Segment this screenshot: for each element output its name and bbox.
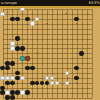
black-stone — [40, 81, 45, 86]
highlighted-stone-red — [25, 56, 30, 61]
status-bar-left-text: a.nunupa — [1, 2, 17, 5]
white-stone — [50, 81, 55, 86]
white-stone — [30, 21, 35, 26]
black-stone — [30, 81, 35, 86]
black-stone — [5, 66, 10, 71]
grid-line-vertical — [62, 9, 63, 98]
white-stone — [35, 17, 40, 22]
black-stone — [79, 51, 84, 56]
grid-line-horizontal — [3, 63, 92, 64]
black-stone — [74, 17, 79, 22]
black-stone — [15, 71, 20, 76]
black-stone — [20, 46, 25, 51]
black-stone — [25, 90, 30, 95]
white-stone — [45, 76, 50, 81]
ai-suggestion-marker — [36, 52, 39, 55]
highlighted-stone-teal — [20, 56, 25, 61]
white-stone — [65, 81, 70, 86]
black-stone — [15, 46, 20, 51]
star-point — [17, 53, 18, 54]
black-stone — [10, 61, 15, 66]
go-board[interactable] — [0, 0, 100, 100]
white-stone — [65, 71, 70, 76]
grid-line-horizontal — [3, 58, 92, 59]
black-stone — [74, 66, 79, 71]
black-stone — [10, 81, 15, 86]
grid-line-vertical — [92, 9, 93, 98]
star-point — [17, 82, 18, 83]
black-stone — [45, 81, 50, 86]
black-stone — [30, 66, 35, 71]
white-stone — [20, 76, 25, 81]
black-stone — [25, 17, 30, 22]
black-stone — [10, 95, 15, 100]
grid-line-vertical — [72, 9, 73, 98]
black-stone — [15, 90, 20, 95]
star-point — [46, 53, 47, 54]
grid-line-horizontal — [3, 88, 92, 89]
black-stone — [74, 76, 79, 81]
black-stone — [15, 76, 20, 81]
go-app-window: a.nunupa 63.3% — [0, 0, 100, 100]
white-stone — [50, 76, 55, 81]
black-stone — [25, 66, 30, 71]
white-stone — [20, 90, 25, 95]
winrate-gold-strip — [0, 6, 100, 8]
status-bar: a.nunupa 63.3% — [0, 0, 100, 6]
grid-line-horizontal — [3, 98, 92, 99]
winrate-percentage: 63.3% — [88, 2, 99, 5]
ai-suggestion-marker — [65, 13, 68, 16]
black-stone — [15, 36, 20, 41]
white-stone — [55, 81, 60, 86]
black-stone — [35, 81, 40, 86]
white-stone — [0, 12, 5, 17]
grid-line-vertical — [87, 9, 88, 98]
black-stone — [15, 17, 20, 22]
